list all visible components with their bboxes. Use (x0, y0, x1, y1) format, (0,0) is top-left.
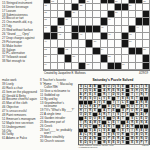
empty-cell: 41 (44, 26, 51, 33)
empty-cell (101, 4, 108, 11)
empty-cell (115, 33, 122, 40)
solved-crossword-grid: SLABMOOSEACTSTOGAARENASHOEAPEXRIDGETINTR… (78, 84, 150, 145)
puzzle-date: 4/29/19 (139, 72, 148, 75)
empty-cell (79, 48, 86, 55)
copyright-notice: ©2019 Tribune Content Agency, LLC All Ri… (78, 144, 132, 149)
black-cell (143, 55, 150, 62)
black-cell (101, 18, 108, 25)
empty-cell (136, 40, 143, 47)
black-cell (72, 4, 79, 11)
cell-number: 54 (101, 48, 104, 51)
black-cell (122, 4, 129, 11)
cell-number: 56 (44, 55, 47, 58)
black-cell (143, 63, 150, 70)
empty-cell: 32 (44, 4, 51, 11)
empty-cell (136, 33, 143, 40)
empty-cell (93, 4, 100, 11)
empty-cell: 59 (44, 63, 51, 70)
cell-number: 43 (101, 26, 104, 29)
cell-number: 29 (87, 0, 90, 3)
empty-cell: 54 (101, 48, 108, 55)
cell-number: 47 (108, 33, 111, 36)
empty-cell (51, 18, 58, 25)
cell-number: 44 (136, 26, 139, 29)
black-cell (129, 48, 136, 55)
empty-cell (72, 40, 79, 47)
empty-cell (79, 18, 86, 25)
clue-column-down-bottom: 8 Teacher's favorite9 “Home ___”; Macaul… (40, 79, 76, 150)
empty-cell (86, 48, 93, 55)
empty-cell (86, 33, 93, 40)
empty-cell (122, 11, 129, 18)
cell-number: 46 (80, 33, 83, 36)
empty-cell: 48 (129, 33, 136, 40)
empty-cell (108, 4, 115, 11)
empty-cell (101, 11, 108, 18)
empty-cell (86, 18, 93, 25)
empty-cell (115, 55, 122, 62)
empty-cell (72, 63, 79, 70)
clue-item: 61 Adams or Falco (2, 137, 38, 141)
empty-cell: 47 (108, 33, 115, 40)
cell-number: 45 (58, 33, 61, 36)
empty-cell (93, 55, 100, 62)
empty-cell (51, 48, 58, 55)
main-crossword-grid: 2829303132333435363738394041424344454647… (43, 0, 150, 71)
black-cell (72, 33, 79, 40)
cell-number: 36 (73, 11, 76, 14)
black-cell (86, 40, 93, 47)
black-cell (79, 63, 86, 70)
empty-cell: 56 (44, 55, 51, 62)
black-cell (72, 26, 79, 33)
empty-cell (108, 40, 115, 47)
black-cell (51, 26, 58, 33)
empty-cell: 57 (72, 55, 79, 62)
empty-cell: 43 (101, 26, 108, 33)
empty-cell (72, 18, 79, 25)
black-cell (44, 33, 51, 40)
cell-number: 49 (44, 40, 47, 43)
empty-cell: 58 (108, 55, 115, 62)
empty-cell: 39 (65, 18, 72, 25)
black-cell (143, 11, 150, 18)
cell-number: 61 (122, 63, 125, 66)
solved-puzzle-header: Saturday's Puzzle Solved (77, 78, 149, 82)
cell-number: 48 (129, 33, 132, 36)
black-cell (115, 63, 122, 70)
empty-cell: 50 (93, 40, 100, 47)
empty-cell (136, 4, 143, 11)
empty-cell (65, 63, 72, 70)
empty-cell (122, 55, 129, 62)
cell-number: 52 (44, 48, 47, 51)
empty-cell (143, 40, 150, 47)
black-cell (65, 11, 72, 18)
cell-number: 50 (94, 40, 97, 43)
empty-cell (136, 63, 143, 70)
black-cell (122, 40, 129, 47)
empty-cell (51, 4, 58, 11)
cell-number: 39 (65, 18, 68, 21)
empty-cell (101, 63, 108, 70)
empty-cell: 51 (129, 40, 136, 47)
cell-number: 30 (115, 0, 118, 3)
black-cell (58, 18, 65, 25)
empty-cell (122, 18, 129, 25)
black-cell (101, 33, 108, 40)
empty-cell (65, 4, 72, 11)
empty-cell: 35 (44, 11, 51, 18)
empty-cell: 34 (129, 4, 136, 11)
cell-number: 53 (65, 48, 68, 51)
cell-number: 59 (44, 63, 47, 66)
cell-number: 35 (44, 11, 47, 14)
empty-cell (58, 11, 65, 18)
empty-cell (65, 33, 72, 40)
empty-cell: 53 (65, 48, 72, 55)
black-cell (93, 48, 100, 55)
empty-cell (79, 55, 86, 62)
empty-cell (65, 40, 72, 47)
black-cell (122, 33, 129, 40)
black-cell (58, 48, 65, 55)
empty-cell (115, 26, 122, 33)
empty-cell (58, 55, 65, 62)
black-cell (93, 26, 100, 33)
empty-cell: 37 (115, 11, 122, 18)
black-cell (79, 26, 86, 33)
cell-number: 40 (108, 18, 111, 21)
black-cell (129, 26, 136, 33)
empty-cell: 46 (79, 33, 86, 40)
empty-cell (79, 40, 86, 47)
clue-column-across-bottom: make work39 Lively40 Rock a chair41 Item… (2, 79, 38, 150)
empty-cell (143, 26, 150, 33)
empty-cell (51, 40, 58, 47)
cell-number: 32 (44, 4, 47, 7)
cell-number: 51 (129, 40, 132, 43)
empty-cell (122, 48, 129, 55)
cell-number: 41 (44, 26, 47, 29)
empty-cell (115, 18, 122, 25)
empty-cell (93, 33, 100, 40)
cell-number: 28 (51, 0, 54, 3)
cell-number: 38 (44, 18, 47, 21)
black-cell (108, 63, 115, 70)
cell-number: 57 (73, 55, 76, 58)
empty-cell (72, 48, 79, 55)
cell-number: 60 (87, 63, 90, 66)
empty-cell (143, 4, 150, 11)
black-cell (108, 11, 115, 18)
cell-number: 37 (115, 11, 118, 14)
cell-number: 55 (143, 48, 146, 51)
empty-cell: 44 (136, 26, 143, 33)
empty-cell: 60 (86, 63, 93, 70)
empty-cell (129, 11, 136, 18)
empty-cell: 38 (44, 18, 51, 25)
black-cell (136, 48, 143, 55)
empty-cell (58, 63, 65, 70)
black-cell (101, 55, 108, 62)
empty-cell (93, 63, 100, 70)
clue-item: 38 Not enough to (2, 60, 42, 64)
empty-cell (86, 55, 93, 62)
empty-cell (101, 40, 108, 47)
empty-cell: 61 (122, 63, 129, 70)
black-cell (51, 33, 58, 40)
empty-cell (58, 4, 65, 11)
empty-cell: 40 (108, 18, 115, 25)
cell-number: 31 (143, 0, 146, 3)
empty-cell (136, 55, 143, 62)
empty-cell (51, 63, 58, 70)
empty-cell: 42 (58, 26, 65, 33)
empty-cell: 52 (44, 48, 51, 55)
empty-cell (108, 26, 115, 33)
empty-cell (58, 40, 65, 47)
empty-cell: 55 (143, 48, 150, 55)
black-cell (115, 4, 122, 11)
clue-column-across-top: 14 Winter beverage contents15 Stringed i… (2, 0, 42, 78)
empty-cell (65, 26, 72, 33)
puzzle-byline: Created by Jacqueline E. Mathews (44, 72, 86, 75)
black-cell (86, 26, 93, 33)
empty-cell (129, 63, 136, 70)
cell-number: 58 (108, 55, 111, 58)
crossword-newspaper-page: 14 Winter beverage contents15 Stringed i… (0, 0, 150, 150)
empty-cell (93, 18, 100, 25)
clue-item: 30 Church season (40, 140, 76, 144)
empty-cell (143, 33, 150, 40)
empty-cell (51, 11, 58, 18)
cell-number: 42 (58, 26, 61, 29)
cell-number: 34 (129, 4, 132, 7)
empty-cell (129, 18, 136, 25)
empty-cell (93, 11, 100, 18)
empty-cell (122, 26, 129, 33)
empty-cell (136, 11, 143, 18)
black-cell (136, 18, 143, 25)
empty-cell: 49 (44, 40, 51, 47)
black-cell (65, 55, 72, 62)
empty-cell (79, 11, 86, 18)
empty-cell: 36 (72, 11, 79, 18)
empty-cell (108, 48, 115, 55)
empty-cell: 45 (58, 33, 65, 40)
empty-cell (86, 11, 93, 18)
empty-cell (115, 48, 122, 55)
empty-cell (115, 40, 122, 47)
solved-puzzle-date: 4/29/19 (142, 144, 149, 146)
empty-cell (51, 55, 58, 62)
black-cell (143, 18, 150, 25)
empty-cell: 33 (79, 4, 86, 11)
cell-number: 33 (80, 4, 83, 7)
empty-cell (86, 4, 93, 11)
empty-cell (129, 55, 136, 62)
